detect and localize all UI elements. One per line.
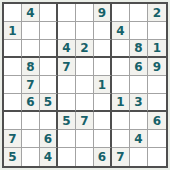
- sudoku-cell-r3c1[interactable]: [4, 40, 22, 58]
- sudoku-cell-r9c8[interactable]: [130, 148, 148, 166]
- sudoku-cell-r7c8[interactable]: [130, 112, 148, 130]
- sudoku-cell-r2c6[interactable]: [94, 22, 112, 40]
- sudoku-cell-r6c3[interactable]: 5: [40, 94, 58, 112]
- sudoku-cell-r5c4[interactable]: [58, 76, 76, 94]
- sudoku-cell-r8c7[interactable]: [112, 130, 130, 148]
- sudoku-cell-r8c1[interactable]: 7: [4, 130, 22, 148]
- sudoku-cell-r5c9[interactable]: [148, 76, 166, 94]
- sudoku-cell-r1c7[interactable]: [112, 4, 130, 22]
- sudoku-cell-r4c3[interactable]: [40, 58, 58, 76]
- sudoku-cell-r5c7[interactable]: [112, 76, 130, 94]
- sudoku-cell-r7c5[interactable]: 7: [76, 112, 94, 130]
- sudoku-cell-r3c6[interactable]: [94, 40, 112, 58]
- sudoku-cell-r8c8[interactable]: 4: [130, 130, 148, 148]
- sudoku-cell-r7c2[interactable]: [22, 112, 40, 130]
- sudoku-cell-r6c4[interactable]: [58, 94, 76, 112]
- sudoku-cell-r3c9[interactable]: 1: [148, 40, 166, 58]
- sudoku-cell-r2c7[interactable]: 4: [112, 22, 130, 40]
- sudoku-cell-r7c1[interactable]: [4, 112, 22, 130]
- sudoku-cell-r6c2[interactable]: 6: [22, 94, 40, 112]
- sudoku-cell-r3c8[interactable]: 8: [130, 40, 148, 58]
- sudoku-cell-r1c8[interactable]: [130, 4, 148, 22]
- sudoku-cell-r6c8[interactable]: 3: [130, 94, 148, 112]
- sudoku-cell-r5c1[interactable]: [4, 76, 22, 94]
- sudoku-cell-r9c3[interactable]: 4: [40, 148, 58, 166]
- sudoku-cell-r4c6[interactable]: [94, 58, 112, 76]
- sudoku-cell-r5c2[interactable]: 7: [22, 76, 40, 94]
- sudoku-cell-r8c4[interactable]: [58, 130, 76, 148]
- sudoku-cell-r3c7[interactable]: [112, 40, 130, 58]
- sudoku-cell-r1c2[interactable]: 4: [22, 4, 40, 22]
- sudoku-cell-r8c2[interactable]: [22, 130, 40, 148]
- sudoku-cell-r9c2[interactable]: [22, 148, 40, 166]
- sudoku-cell-r8c5[interactable]: [76, 130, 94, 148]
- sudoku-cell-r6c7[interactable]: 1: [112, 94, 130, 112]
- sudoku-cell-r8c3[interactable]: 6: [40, 130, 58, 148]
- sudoku-cell-r7c4[interactable]: 5: [58, 112, 76, 130]
- sudoku-cell-r4c4[interactable]: 7: [58, 58, 76, 76]
- sudoku-cell-r1c6[interactable]: 9: [94, 4, 112, 22]
- sudoku-cell-r2c4[interactable]: [58, 22, 76, 40]
- sudoku-cell-r9c4[interactable]: [58, 148, 76, 166]
- sudoku-cell-r1c4[interactable]: [58, 4, 76, 22]
- sudoku-cell-r5c6[interactable]: 1: [94, 76, 112, 94]
- sudoku-cell-r2c1[interactable]: 1: [4, 22, 22, 40]
- sudoku-cell-r9c5[interactable]: [76, 148, 94, 166]
- sudoku-cell-r5c5[interactable]: [76, 76, 94, 94]
- sudoku-cell-r6c6[interactable]: [94, 94, 112, 112]
- sudoku-cell-r8c6[interactable]: [94, 130, 112, 148]
- sudoku-cell-r1c3[interactable]: [40, 4, 58, 22]
- sudoku-cell-r9c6[interactable]: 6: [94, 148, 112, 166]
- sudoku-cell-r9c1[interactable]: 5: [4, 148, 22, 166]
- sudoku-cell-r5c3[interactable]: [40, 76, 58, 94]
- sudoku-cell-r3c4[interactable]: 4: [58, 40, 76, 58]
- sudoku-cell-r2c5[interactable]: [76, 22, 94, 40]
- sudoku-cell-r9c9[interactable]: [148, 148, 166, 166]
- sudoku-cell-r8c9[interactable]: [148, 130, 166, 148]
- sudoku-cell-r3c5[interactable]: 2: [76, 40, 94, 58]
- sudoku-cell-r3c2[interactable]: [22, 40, 40, 58]
- sudoku-board: 49214428187697165135767645467: [2, 2, 168, 168]
- sudoku-cell-r2c8[interactable]: [130, 22, 148, 40]
- sudoku-cell-r9c7[interactable]: 7: [112, 148, 130, 166]
- sudoku-cell-r4c2[interactable]: 8: [22, 58, 40, 76]
- sudoku-cell-r4c5[interactable]: [76, 58, 94, 76]
- sudoku-cell-r1c9[interactable]: 2: [148, 4, 166, 22]
- sudoku-cell-r2c9[interactable]: [148, 22, 166, 40]
- sudoku-cell-r4c8[interactable]: 6: [130, 58, 148, 76]
- sudoku-cell-r4c7[interactable]: [112, 58, 130, 76]
- sudoku-cell-r3c3[interactable]: [40, 40, 58, 58]
- sudoku-cell-r7c6[interactable]: [94, 112, 112, 130]
- sudoku-cell-r6c5[interactable]: [76, 94, 94, 112]
- sudoku-cell-r1c1[interactable]: [4, 4, 22, 22]
- sudoku-cell-r7c9[interactable]: 6: [148, 112, 166, 130]
- sudoku-cell-r4c1[interactable]: [4, 58, 22, 76]
- sudoku-cell-r2c3[interactable]: [40, 22, 58, 40]
- sudoku-cell-r7c7[interactable]: [112, 112, 130, 130]
- sudoku-cell-r6c1[interactable]: [4, 94, 22, 112]
- sudoku-cell-r6c9[interactable]: [148, 94, 166, 112]
- sudoku-cell-r2c2[interactable]: [22, 22, 40, 40]
- sudoku-widget: 49214428187697165135767645467: [0, 0, 170, 170]
- sudoku-cell-r5c8[interactable]: [130, 76, 148, 94]
- sudoku-cell-r4c9[interactable]: 9: [148, 58, 166, 76]
- sudoku-cell-r7c3[interactable]: [40, 112, 58, 130]
- sudoku-cell-r1c5[interactable]: [76, 4, 94, 22]
